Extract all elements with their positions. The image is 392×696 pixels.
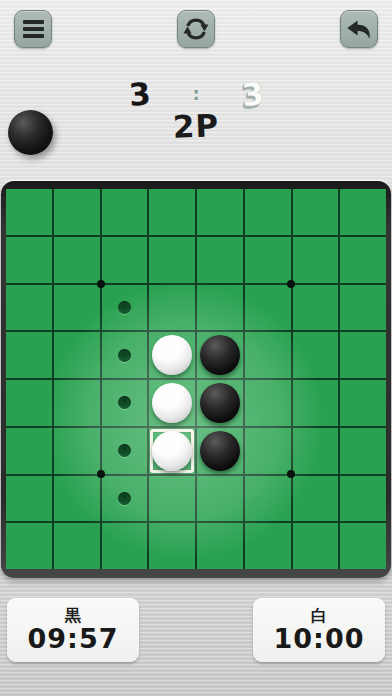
board-cell[interactable] [149,380,195,426]
black-timer-value: 09:57 [28,625,119,653]
board-cell[interactable] [6,476,52,522]
board-cell[interactable] [102,332,148,378]
board-cell[interactable] [293,189,339,235]
star-point [287,280,295,288]
black-turn-indicator-disc [8,110,53,155]
board-cell[interactable] [54,476,100,522]
black-score: 3 [128,78,152,111]
othello-board [6,189,386,569]
board-cell[interactable] [245,237,291,283]
board-cell[interactable] [149,428,195,474]
board-cell[interactable] [245,476,291,522]
board-cell[interactable] [6,380,52,426]
board-cell[interactable] [6,332,52,378]
legal-move-hint [118,301,131,314]
board-cell[interactable] [54,189,100,235]
black-timer-label: 黒 [65,607,81,625]
board-cell[interactable] [293,476,339,522]
hamburger-menu-icon [23,20,44,38]
board-cell[interactable] [340,476,386,522]
board-cell[interactable] [197,523,243,569]
star-point [97,470,105,478]
board-cell[interactable] [102,189,148,235]
board-cell[interactable] [340,332,386,378]
board-cell[interactable] [245,523,291,569]
white-timer-value: 10:00 [274,625,365,653]
board-cell[interactable] [245,189,291,235]
legal-move-hint [118,396,131,409]
board-cell[interactable] [340,237,386,283]
white-timer-panel: 白 10:00 [253,598,385,662]
board-cell[interactable] [197,237,243,283]
board-cell[interactable] [293,428,339,474]
board-cell[interactable] [293,237,339,283]
board-cell[interactable] [54,332,100,378]
board-grid [6,189,386,569]
board-cell[interactable] [340,189,386,235]
legal-move-hint [118,349,131,362]
board-cell[interactable] [293,523,339,569]
board-cell[interactable] [245,285,291,331]
white-disc [152,335,192,375]
board-cell[interactable] [197,332,243,378]
board-cell[interactable] [149,476,195,522]
board-cell[interactable] [149,237,195,283]
refresh-icon [181,14,211,44]
board-cell[interactable] [6,237,52,283]
board-cell[interactable] [293,380,339,426]
board-cell[interactable] [149,332,195,378]
board-cell[interactable] [245,332,291,378]
board-cell[interactable] [245,428,291,474]
board-cell[interactable] [54,285,100,331]
board-cell[interactable] [340,285,386,331]
score-separator: : [192,85,199,103]
board-cell[interactable] [197,428,243,474]
board-cell[interactable] [197,380,243,426]
board-cell[interactable] [102,380,148,426]
menu-button[interactable] [14,10,52,48]
board-cell[interactable] [149,285,195,331]
board-cell[interactable] [197,285,243,331]
undo-arrow-icon [344,14,374,44]
board-cell[interactable] [54,523,100,569]
board-cell[interactable] [54,237,100,283]
board-frame [1,181,391,578]
star-point [97,280,105,288]
black-disc [200,431,240,471]
board-cell[interactable] [340,428,386,474]
board-cell[interactable] [149,523,195,569]
board-cell[interactable] [197,189,243,235]
board-cell[interactable] [340,380,386,426]
white-disc [152,383,192,423]
board-cell[interactable] [54,380,100,426]
board-cell[interactable] [6,428,52,474]
board-cell[interactable] [6,285,52,331]
black-timer-panel: 黒 09:57 [7,598,139,662]
board-cell[interactable] [197,476,243,522]
black-disc [200,335,240,375]
restart-button[interactable] [177,10,215,48]
black-disc [200,383,240,423]
board-cell[interactable] [102,476,148,522]
app-screen: 3 : 3 2P 黒 09:57 白 10:00 [0,0,392,696]
undo-button[interactable] [340,10,378,48]
board-cell[interactable] [149,189,195,235]
legal-move-hint [118,492,131,505]
white-timer-label: 白 [311,607,327,625]
board-cell[interactable] [340,523,386,569]
star-point [287,470,295,478]
board-cell[interactable] [293,285,339,331]
board-cell[interactable] [245,380,291,426]
board-cell[interactable] [54,428,100,474]
board-cell[interactable] [102,285,148,331]
board-cell[interactable] [6,523,52,569]
board-cell[interactable] [6,189,52,235]
board-cell[interactable] [102,523,148,569]
legal-move-hint [118,444,131,457]
board-cell[interactable] [102,428,148,474]
board-cell[interactable] [293,332,339,378]
white-disc [152,431,192,471]
board-cell[interactable] [102,237,148,283]
